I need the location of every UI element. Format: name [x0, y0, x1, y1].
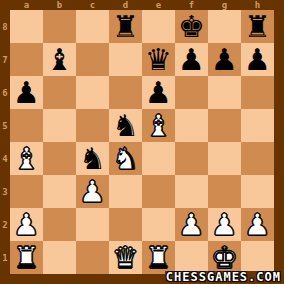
piece-black-rook[interactable]: ♜ — [112, 12, 139, 42]
file-label-a: a — [10, 0, 43, 10]
square-g3[interactable] — [208, 175, 241, 208]
square-a2[interactable]: ♟ — [10, 208, 43, 241]
square-e8[interactable] — [142, 10, 175, 43]
square-d5[interactable]: ♞ — [109, 109, 142, 142]
chess-board: ♜♚♜♝♛♟♟♟♟♟♞♝♝♞♞♟♟♟♟♟♜♛♜♚ — [10, 10, 274, 274]
square-b1[interactable] — [43, 241, 76, 274]
square-g8[interactable] — [208, 10, 241, 43]
piece-white-rook[interactable]: ♜ — [13, 243, 40, 273]
square-c2[interactable] — [76, 208, 109, 241]
file-labels: abcdefgh — [10, 0, 274, 10]
square-c4[interactable]: ♞ — [76, 142, 109, 175]
square-c1[interactable] — [76, 241, 109, 274]
square-d4[interactable]: ♞ — [109, 142, 142, 175]
piece-white-knight[interactable]: ♞ — [112, 144, 139, 174]
piece-black-pawn[interactable]: ♟ — [178, 45, 205, 75]
rank-label-3: 3 — [0, 175, 10, 208]
square-a8[interactable] — [10, 10, 43, 43]
piece-white-pawn[interactable]: ♟ — [178, 210, 205, 240]
square-b8[interactable] — [43, 10, 76, 43]
rank-label-1: 1 — [0, 241, 10, 274]
square-e4[interactable] — [142, 142, 175, 175]
piece-black-knight[interactable]: ♞ — [79, 144, 106, 174]
rank-label-7: 7 — [0, 43, 10, 76]
square-h7[interactable]: ♟ — [241, 43, 274, 76]
piece-white-queen[interactable]: ♛ — [112, 243, 139, 273]
piece-black-queen[interactable]: ♛ — [145, 45, 172, 75]
square-g5[interactable] — [208, 109, 241, 142]
square-d8[interactable]: ♜ — [109, 10, 142, 43]
file-label-g: g — [208, 0, 241, 10]
square-f5[interactable] — [175, 109, 208, 142]
square-f7[interactable]: ♟ — [175, 43, 208, 76]
square-h3[interactable] — [241, 175, 274, 208]
square-c5[interactable] — [76, 109, 109, 142]
piece-white-pawn[interactable]: ♟ — [79, 177, 106, 207]
square-c6[interactable] — [76, 76, 109, 109]
square-f8[interactable]: ♚ — [175, 10, 208, 43]
square-d3[interactable] — [109, 175, 142, 208]
square-a7[interactable] — [10, 43, 43, 76]
square-h5[interactable] — [241, 109, 274, 142]
piece-black-pawn[interactable]: ♟ — [211, 45, 238, 75]
rank-label-2: 2 — [0, 208, 10, 241]
square-d1[interactable]: ♛ — [109, 241, 142, 274]
square-e2[interactable] — [142, 208, 175, 241]
rank-labels: 87654321 — [0, 10, 10, 274]
square-b3[interactable] — [43, 175, 76, 208]
square-e5[interactable]: ♝ — [142, 109, 175, 142]
square-a3[interactable] — [10, 175, 43, 208]
square-c3[interactable]: ♟ — [76, 175, 109, 208]
square-g6[interactable] — [208, 76, 241, 109]
file-label-b: b — [43, 0, 76, 10]
piece-white-pawn[interactable]: ♟ — [244, 210, 271, 240]
rank-label-5: 5 — [0, 109, 10, 142]
piece-black-pawn[interactable]: ♟ — [13, 78, 40, 108]
chessgames-watermark: CHESSGAMES.COM — [165, 271, 282, 284]
file-label-c: c — [76, 0, 109, 10]
square-e7[interactable]: ♛ — [142, 43, 175, 76]
square-b5[interactable] — [43, 109, 76, 142]
square-b2[interactable] — [43, 208, 76, 241]
square-e6[interactable]: ♟ — [142, 76, 175, 109]
piece-black-pawn[interactable]: ♟ — [244, 45, 271, 75]
square-f2[interactable]: ♟ — [175, 208, 208, 241]
rank-label-6: 6 — [0, 76, 10, 109]
square-h2[interactable]: ♟ — [241, 208, 274, 241]
square-f3[interactable] — [175, 175, 208, 208]
square-c7[interactable] — [76, 43, 109, 76]
chess-board-diagram: abcdefgh 87654321 ♜♚♜♝♛♟♟♟♟♟♞♝♝♞♞♟♟♟♟♟♜♛… — [0, 0, 284, 284]
piece-white-bishop[interactable]: ♝ — [13, 144, 40, 174]
piece-white-pawn[interactable]: ♟ — [211, 210, 238, 240]
piece-white-rook[interactable]: ♜ — [145, 243, 172, 273]
piece-black-king[interactable]: ♚ — [178, 12, 205, 42]
piece-black-bishop[interactable]: ♝ — [46, 45, 73, 75]
square-a6[interactable]: ♟ — [10, 76, 43, 109]
square-h4[interactable] — [241, 142, 274, 175]
square-b4[interactable] — [43, 142, 76, 175]
rank-label-4: 4 — [0, 142, 10, 175]
piece-black-rook[interactable]: ♜ — [244, 12, 271, 42]
piece-white-bishop[interactable]: ♝ — [145, 111, 172, 141]
square-d2[interactable] — [109, 208, 142, 241]
file-label-e: e — [142, 0, 175, 10]
square-a5[interactable] — [10, 109, 43, 142]
square-c8[interactable] — [76, 10, 109, 43]
square-g2[interactable]: ♟ — [208, 208, 241, 241]
square-b6[interactable] — [43, 76, 76, 109]
square-f4[interactable] — [175, 142, 208, 175]
piece-black-pawn[interactable]: ♟ — [145, 78, 172, 108]
square-f6[interactable] — [175, 76, 208, 109]
square-e3[interactable] — [142, 175, 175, 208]
square-a4[interactable]: ♝ — [10, 142, 43, 175]
square-h8[interactable]: ♜ — [241, 10, 274, 43]
piece-white-pawn[interactable]: ♟ — [13, 210, 40, 240]
piece-white-king[interactable]: ♚ — [211, 243, 238, 273]
square-b7[interactable]: ♝ — [43, 43, 76, 76]
rank-label-8: 8 — [0, 10, 10, 43]
square-g4[interactable] — [208, 142, 241, 175]
square-d7[interactable] — [109, 43, 142, 76]
square-a1[interactable]: ♜ — [10, 241, 43, 274]
piece-black-knight[interactable]: ♞ — [112, 111, 139, 141]
square-d6[interactable] — [109, 76, 142, 109]
square-h6[interactable] — [241, 76, 274, 109]
square-g7[interactable]: ♟ — [208, 43, 241, 76]
